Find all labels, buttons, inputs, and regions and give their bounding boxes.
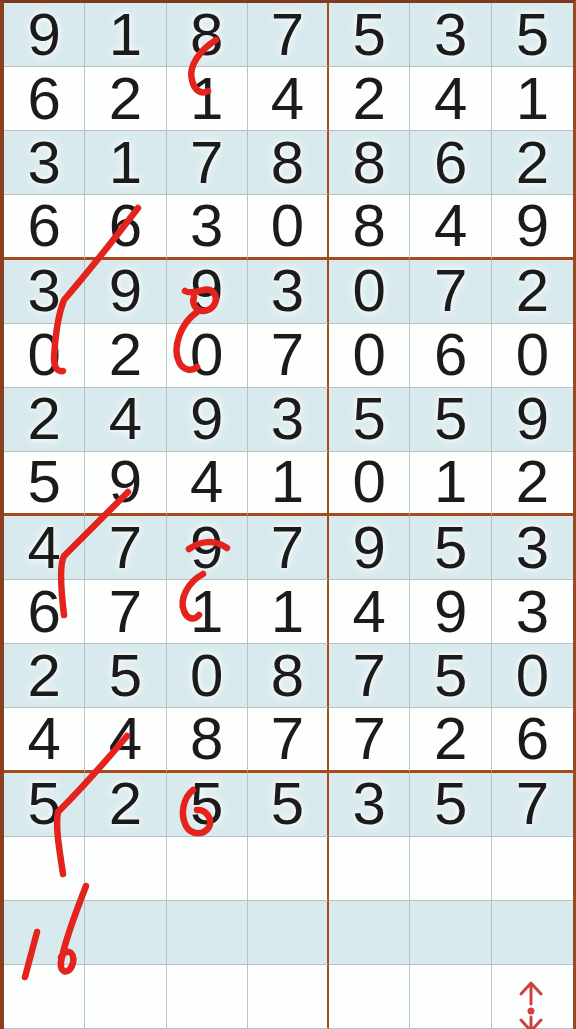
grid-cell-r15c5 xyxy=(329,901,410,965)
grid-cell-r15c7 xyxy=(492,901,573,965)
grid-cell-r7c4: 3 xyxy=(248,388,329,452)
grid-cell-r1c6: 3 xyxy=(410,3,491,67)
grid-cell-r15c2 xyxy=(85,901,166,965)
grid-cell-r6c5: 0 xyxy=(329,324,410,388)
grid-cell-r14c7 xyxy=(492,837,573,901)
grid-cell-r5c5: 0 xyxy=(329,260,410,324)
grid-cell-r12c2: 4 xyxy=(85,708,166,772)
grid-cell-r16c1 xyxy=(4,965,85,1029)
grid-cell-r7c3: 9 xyxy=(167,388,248,452)
grid-cell-r4c2: 6 xyxy=(85,195,166,259)
grid-cell-r16c2 xyxy=(85,965,166,1029)
worksheet: 9187535621424131788626630849399307202070… xyxy=(0,0,576,1029)
grid-cell-r9c4: 7 xyxy=(248,516,329,580)
grid-cell-r3c6: 6 xyxy=(410,131,491,195)
grid-cell-r5c1: 3 xyxy=(4,260,85,324)
grid-cell-r9c2: 7 xyxy=(85,516,166,580)
grid-cell-r9c7: 3 xyxy=(492,516,573,580)
grid-cell-r11c4: 8 xyxy=(248,644,329,708)
grid-cell-r10c7: 3 xyxy=(492,580,573,644)
grid-cell-r11c2: 5 xyxy=(85,644,166,708)
grid-cell-r13c7: 7 xyxy=(492,773,573,837)
grid-cell-r4c4: 0 xyxy=(248,195,329,259)
grid-cell-r11c6: 5 xyxy=(410,644,491,708)
grid-cell-r15c3 xyxy=(167,901,248,965)
number-grid: 9187535621424131788626630849399307202070… xyxy=(4,3,573,1029)
grid-cell-r3c5: 8 xyxy=(329,131,410,195)
grid-cell-r14c2 xyxy=(85,837,166,901)
grid-cell-r15c4 xyxy=(248,901,329,965)
grid-cell-r9c6: 5 xyxy=(410,516,491,580)
grid-cell-r6c3: 0 xyxy=(167,324,248,388)
grid-cell-r1c5: 5 xyxy=(329,3,410,67)
grid-cell-r12c3: 8 xyxy=(167,708,248,772)
grid-cell-r4c7: 9 xyxy=(492,195,573,259)
grid-cell-r16c4 xyxy=(248,965,329,1029)
grid-cell-r2c1: 6 xyxy=(4,67,85,131)
grid-cell-r2c5: 2 xyxy=(329,67,410,131)
grid-cell-r13c3: 5 xyxy=(167,773,248,837)
grid-cell-r12c5: 7 xyxy=(329,708,410,772)
grid-cell-r1c3: 8 xyxy=(167,3,248,67)
grid-cell-r8c1: 5 xyxy=(4,452,85,516)
grid-cell-r8c3: 4 xyxy=(167,452,248,516)
grid-cell-r5c7: 2 xyxy=(492,260,573,324)
grid-cell-r1c7: 5 xyxy=(492,3,573,67)
grid-cell-r12c4: 7 xyxy=(248,708,329,772)
grid-cell-r9c1: 4 xyxy=(4,516,85,580)
grid-cell-r11c1: 2 xyxy=(4,644,85,708)
grid-cell-r12c7: 6 xyxy=(492,708,573,772)
grid-cell-r10c1: 6 xyxy=(4,580,85,644)
grid-cell-r8c5: 0 xyxy=(329,452,410,516)
grid-cell-r1c4: 7 xyxy=(248,3,329,67)
grid-cell-r8c7: 2 xyxy=(492,452,573,516)
grid-cell-r11c5: 7 xyxy=(329,644,410,708)
grid-cell-r16c5 xyxy=(329,965,410,1029)
grid-cell-r14c4 xyxy=(248,837,329,901)
grid-cell-r3c3: 7 xyxy=(167,131,248,195)
grid-cell-r11c7: 0 xyxy=(492,644,573,708)
grid-cell-r10c2: 7 xyxy=(85,580,166,644)
grid-cell-r3c1: 3 xyxy=(4,131,85,195)
grid-cell-r4c3: 3 xyxy=(167,195,248,259)
grid-cell-r7c6: 5 xyxy=(410,388,491,452)
grid-cell-r7c5: 5 xyxy=(329,388,410,452)
grid-cell-r12c6: 2 xyxy=(410,708,491,772)
grid-cell-r13c5: 3 xyxy=(329,773,410,837)
grid-cell-r5c2: 9 xyxy=(85,260,166,324)
grid-cell-r8c4: 1 xyxy=(248,452,329,516)
grid-cell-r8c6: 1 xyxy=(410,452,491,516)
grid-cell-r4c1: 6 xyxy=(4,195,85,259)
grid-cell-r16c7 xyxy=(492,965,573,1029)
grid-cell-r3c2: 1 xyxy=(85,131,166,195)
grid-cell-r7c1: 2 xyxy=(4,388,85,452)
grid-cell-r6c7: 0 xyxy=(492,324,573,388)
grid-cell-r14c3 xyxy=(167,837,248,901)
grid-cell-r14c6 xyxy=(410,837,491,901)
grid-cell-r6c2: 2 xyxy=(85,324,166,388)
grid-cell-r10c4: 1 xyxy=(248,580,329,644)
grid-cell-r9c3: 9 xyxy=(167,516,248,580)
grid-cell-r6c4: 7 xyxy=(248,324,329,388)
grid-cell-r2c6: 4 xyxy=(410,67,491,131)
grid-cell-r13c4: 5 xyxy=(248,773,329,837)
grid-cell-r5c3: 9 xyxy=(167,260,248,324)
grid-cell-r12c1: 4 xyxy=(4,708,85,772)
grid-cell-r15c1 xyxy=(4,901,85,965)
grid-cell-r2c2: 2 xyxy=(85,67,166,131)
grid-cell-r1c1: 9 xyxy=(4,3,85,67)
grid-cell-r4c6: 4 xyxy=(410,195,491,259)
grid-cell-r3c4: 8 xyxy=(248,131,329,195)
grid-cell-r11c3: 0 xyxy=(167,644,248,708)
grid-cell-r1c2: 1 xyxy=(85,3,166,67)
grid-cell-r2c7: 1 xyxy=(492,67,573,131)
grid-cell-r10c3: 1 xyxy=(167,580,248,644)
grid-cell-r15c6 xyxy=(410,901,491,965)
grid-cell-r10c5: 4 xyxy=(329,580,410,644)
grid-cell-r3c7: 2 xyxy=(492,131,573,195)
grid-cell-r4c5: 8 xyxy=(329,195,410,259)
grid-cell-r7c2: 4 xyxy=(85,388,166,452)
grid-cell-r8c2: 9 xyxy=(85,452,166,516)
grid-cell-r16c6 xyxy=(410,965,491,1029)
grid-cell-r14c1 xyxy=(4,837,85,901)
grid-cell-r10c6: 9 xyxy=(410,580,491,644)
grid-cell-r13c6: 5 xyxy=(410,773,491,837)
grid-cell-r7c7: 9 xyxy=(492,388,573,452)
grid-cell-r6c6: 6 xyxy=(410,324,491,388)
grid-cell-r2c3: 1 xyxy=(167,67,248,131)
grid-cell-r6c1: 0 xyxy=(4,324,85,388)
grid-cell-r9c5: 9 xyxy=(329,516,410,580)
grid-cell-r13c1: 5 xyxy=(4,773,85,837)
grid-cell-r5c4: 3 xyxy=(248,260,329,324)
grid-cell-r13c2: 2 xyxy=(85,773,166,837)
grid-cell-r16c3 xyxy=(167,965,248,1029)
grid-cell-r5c6: 7 xyxy=(410,260,491,324)
grid-cell-r2c4: 4 xyxy=(248,67,329,131)
grid-cell-r14c5 xyxy=(329,837,410,901)
